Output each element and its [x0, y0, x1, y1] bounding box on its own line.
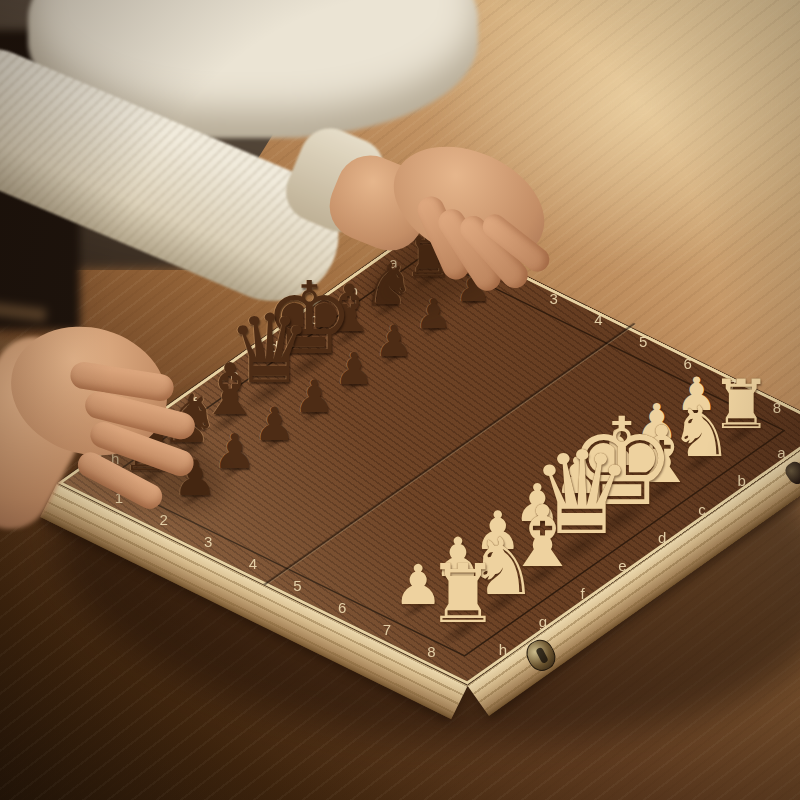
cabinet-slat [0, 301, 47, 322]
rook-glyph: ♜ [381, 554, 543, 635]
latch-pin [535, 647, 549, 664]
right-hand [338, 152, 568, 322]
left-hand [8, 322, 248, 532]
photo-scene: 1122334455667788hhggffeeddccbbaa♜♞♝♚♛♝♞♜… [0, 0, 800, 800]
